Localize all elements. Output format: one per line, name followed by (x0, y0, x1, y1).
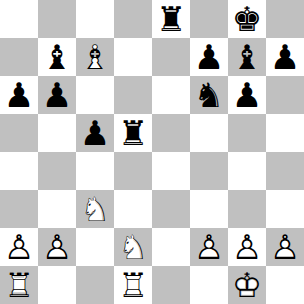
square-e5[interactable] (152, 114, 190, 152)
piece-black-bishop: ♝ (228, 38, 266, 76)
piece-glyph: ♟ (38, 76, 76, 114)
square-h3[interactable] (266, 190, 304, 228)
piece-glyph: ♟ (190, 38, 228, 76)
piece-outline-layer: ♖ (0, 266, 38, 304)
square-d4[interactable] (114, 152, 152, 190)
piece-white-knight: ♞♘ (114, 228, 152, 266)
square-g6[interactable]: ♟ (228, 76, 266, 114)
square-b7[interactable]: ♝ (38, 38, 76, 76)
piece-glyph: ♟ (228, 76, 266, 114)
square-g5[interactable] (228, 114, 266, 152)
square-f4[interactable] (190, 152, 228, 190)
square-e3[interactable] (152, 190, 190, 228)
piece-outline-layer: ♗ (76, 38, 114, 76)
square-a2[interactable]: ♟♙ (0, 228, 38, 266)
square-c5[interactable]: ♟ (76, 114, 114, 152)
piece-outline-layer: ♙ (228, 228, 266, 266)
piece-white-rook: ♜♖ (114, 266, 152, 304)
piece-outline-layer: ♖ (114, 266, 152, 304)
piece-white-pawn: ♟♙ (266, 228, 304, 266)
square-a8[interactable] (0, 0, 38, 38)
piece-black-rook: ♜ (114, 114, 152, 152)
square-a1[interactable]: ♜♖ (0, 266, 38, 304)
piece-white-pawn: ♟♙ (228, 228, 266, 266)
square-g8[interactable]: ♚ (228, 0, 266, 38)
piece-outline-layer: ♙ (190, 228, 228, 266)
piece-glyph: ♟ (266, 38, 304, 76)
square-h4[interactable] (266, 152, 304, 190)
piece-white-rook: ♜♖ (0, 266, 38, 304)
square-h7[interactable]: ♟ (266, 38, 304, 76)
square-g2[interactable]: ♟♙ (228, 228, 266, 266)
square-f8[interactable] (190, 0, 228, 38)
square-c4[interactable] (76, 152, 114, 190)
piece-glyph: ♜ (114, 114, 152, 152)
square-c7[interactable]: ♝♗ (76, 38, 114, 76)
piece-outline-layer: ♔ (228, 266, 266, 304)
piece-white-pawn: ♟♙ (38, 228, 76, 266)
piece-glyph: ♝ (228, 38, 266, 76)
square-a3[interactable] (0, 190, 38, 228)
piece-outline-layer: ♙ (266, 228, 304, 266)
piece-black-pawn: ♟ (38, 76, 76, 114)
square-d6[interactable] (114, 76, 152, 114)
square-h1[interactable] (266, 266, 304, 304)
square-g3[interactable] (228, 190, 266, 228)
square-d5[interactable]: ♜ (114, 114, 152, 152)
square-b4[interactable] (38, 152, 76, 190)
square-a4[interactable] (0, 152, 38, 190)
piece-black-pawn: ♟ (190, 38, 228, 76)
square-d8[interactable] (114, 0, 152, 38)
square-d2[interactable]: ♞♘ (114, 228, 152, 266)
square-e6[interactable] (152, 76, 190, 114)
piece-glyph: ♞ (190, 76, 228, 114)
piece-black-pawn: ♟ (228, 76, 266, 114)
piece-black-pawn: ♟ (0, 76, 38, 114)
square-c3[interactable]: ♞♘ (76, 190, 114, 228)
piece-outline-layer: ♘ (76, 190, 114, 228)
square-f1[interactable] (190, 266, 228, 304)
square-b2[interactable]: ♟♙ (38, 228, 76, 266)
square-a7[interactable] (0, 38, 38, 76)
square-a6[interactable]: ♟ (0, 76, 38, 114)
square-d3[interactable] (114, 190, 152, 228)
square-b5[interactable] (38, 114, 76, 152)
square-f5[interactable] (190, 114, 228, 152)
square-h5[interactable] (266, 114, 304, 152)
square-e8[interactable]: ♜ (152, 0, 190, 38)
square-g4[interactable] (228, 152, 266, 190)
square-f6[interactable]: ♞ (190, 76, 228, 114)
piece-black-rook: ♜ (152, 0, 190, 38)
piece-black-bishop: ♝ (38, 38, 76, 76)
piece-outline-layer: ♙ (38, 228, 76, 266)
square-b3[interactable] (38, 190, 76, 228)
square-e4[interactable] (152, 152, 190, 190)
square-b6[interactable]: ♟ (38, 76, 76, 114)
piece-black-knight: ♞ (190, 76, 228, 114)
square-h2[interactable]: ♟♙ (266, 228, 304, 266)
piece-black-pawn: ♟ (76, 114, 114, 152)
piece-white-pawn: ♟♙ (190, 228, 228, 266)
square-f7[interactable]: ♟ (190, 38, 228, 76)
square-e2[interactable] (152, 228, 190, 266)
piece-white-king: ♚♔ (228, 266, 266, 304)
square-c6[interactable] (76, 76, 114, 114)
piece-black-pawn: ♟ (266, 38, 304, 76)
square-b8[interactable] (38, 0, 76, 38)
piece-white-pawn: ♟♙ (0, 228, 38, 266)
square-h8[interactable] (266, 0, 304, 38)
piece-glyph: ♝ (38, 38, 76, 76)
square-a5[interactable] (0, 114, 38, 152)
square-f2[interactable]: ♟♙ (190, 228, 228, 266)
square-h6[interactable] (266, 76, 304, 114)
piece-outline-layer: ♙ (0, 228, 38, 266)
piece-white-bishop: ♝♗ (76, 38, 114, 76)
piece-glyph: ♚ (228, 0, 266, 38)
piece-glyph: ♜ (152, 0, 190, 38)
square-e1[interactable] (152, 266, 190, 304)
square-d7[interactable] (114, 38, 152, 76)
square-c2[interactable] (76, 228, 114, 266)
square-b1[interactable] (38, 266, 76, 304)
square-c8[interactable] (76, 0, 114, 38)
square-f3[interactable] (190, 190, 228, 228)
piece-black-king: ♚ (228, 0, 266, 38)
chess-board: ♜♚♝♝♗♟♝♟♟♟♞♟♟♜♞♘♟♙♟♙♞♘♟♙♟♙♟♙♜♖♜♖♚♔ (0, 0, 304, 304)
square-g7[interactable]: ♝ (228, 38, 266, 76)
piece-glyph: ♟ (76, 114, 114, 152)
square-e7[interactable] (152, 38, 190, 76)
square-d1[interactable]: ♜♖ (114, 266, 152, 304)
piece-white-knight: ♞♘ (76, 190, 114, 228)
piece-glyph: ♟ (0, 76, 38, 114)
square-c1[interactable] (76, 266, 114, 304)
piece-outline-layer: ♘ (114, 228, 152, 266)
square-g1[interactable]: ♚♔ (228, 266, 266, 304)
